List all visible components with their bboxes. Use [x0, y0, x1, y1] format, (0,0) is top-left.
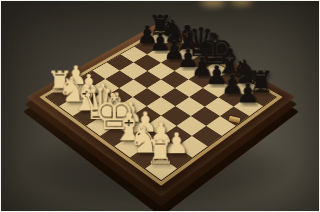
black-bishop-f8: ♝	[214, 45, 245, 80]
square-d2: ♟	[102, 106, 132, 125]
square-g8: ♞	[232, 79, 260, 97]
black-rook-a8: ♜	[148, 12, 172, 39]
maple-border: ♜♞♝♛♚♝♞♜♟♟♟♟♟♟♟♟♟♟♟♟♟♟♟♟♜♞♝♛♚♝♞♜	[39, 28, 282, 186]
square-h7: ♟	[234, 97, 263, 116]
square-e1: ♚	[100, 126, 130, 147]
square-d1: ♛	[86, 116, 116, 136]
scene-3d: ♜♞♝♛♚♝♞♜♟♟♟♟♟♟♟♟♟♟♟♟♟♟♟♟♜♞♝♛♚♝♞♜	[1, 1, 319, 211]
photo-canvas: ♜♞♝♛♚♝♞♜♟♟♟♟♟♟♟♟♟♟♟♟♟♟♟♟♜♞♝♛♚♝♞♜	[0, 0, 320, 212]
chess-box-board: ♜♞♝♛♚♝♞♜♟♟♟♟♟♟♟♟♟♟♟♟♟♟♟♟♜♞♝♛♚♝♞♜	[27, 21, 296, 196]
chess-board-grid: ♜♞♝♛♚♝♞♜♟♟♟♟♟♟♟♟♟♟♟♟♟♟♟♟♜♞♝♛♚♝♞♜	[45, 31, 277, 181]
white-rook-a1: ♜	[47, 67, 74, 97]
